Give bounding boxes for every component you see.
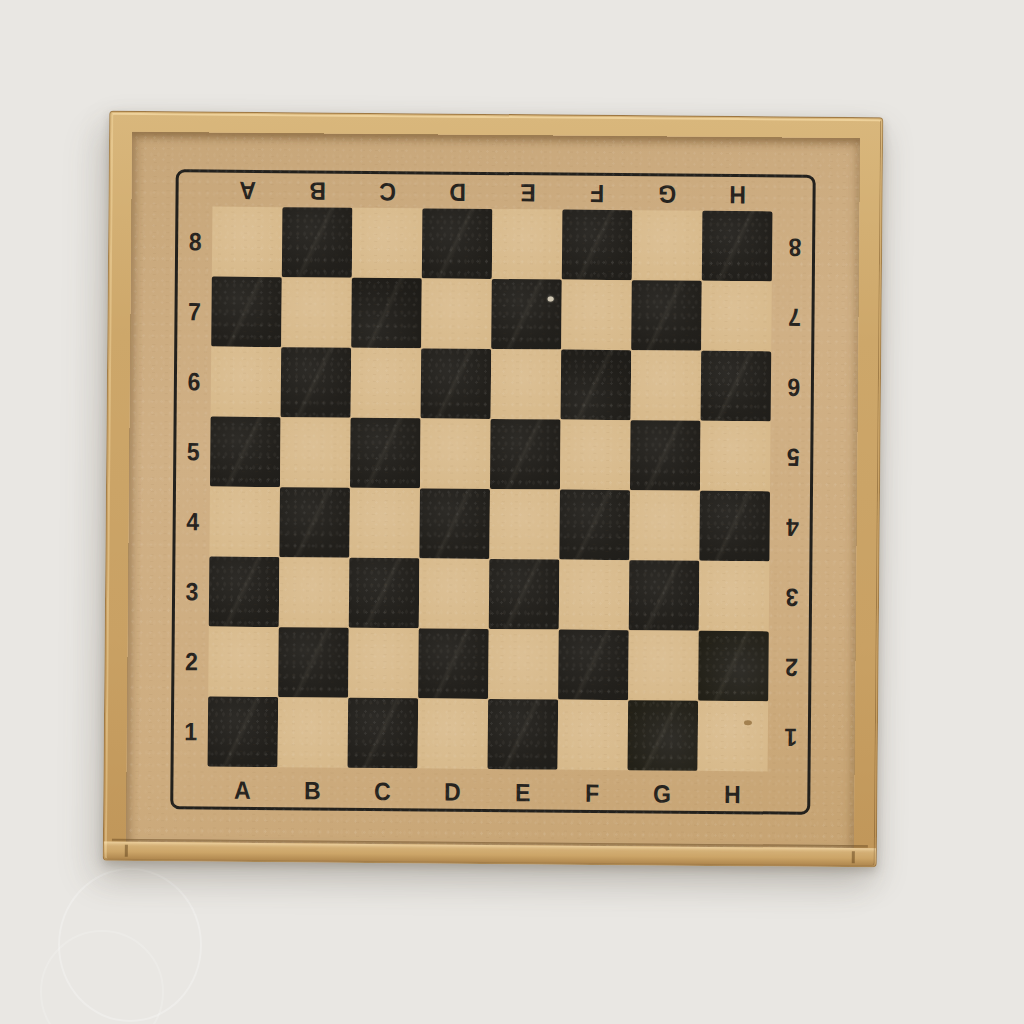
coordinate-label: C — [352, 174, 422, 209]
square-b1[interactable] — [278, 697, 349, 768]
coordinate-label: C — [347, 774, 417, 809]
square-e3[interactable] — [489, 559, 560, 630]
coordinate-label: B — [282, 173, 352, 208]
square-g4[interactable] — [629, 490, 700, 561]
square-a7[interactable] — [211, 277, 282, 348]
square-h1[interactable] — [698, 701, 769, 772]
square-e6[interactable] — [491, 349, 562, 420]
square-h8[interactable] — [702, 211, 773, 282]
square-c4[interactable] — [349, 488, 420, 559]
square-e8[interactable] — [492, 209, 563, 280]
scuff-mark-on-h1 — [744, 720, 752, 725]
square-e4[interactable] — [489, 489, 560, 560]
coordinate-label: D — [422, 174, 492, 209]
square-e7[interactable] — [491, 279, 562, 350]
square-f7[interactable] — [561, 280, 632, 351]
square-d8[interactable] — [422, 208, 493, 279]
square-d5[interactable] — [420, 418, 491, 489]
board-grid — [208, 207, 773, 772]
coordinate-label: E — [492, 175, 562, 210]
scene: ABCDEFGH ABCDEFGH 87654321 87654321 — [0, 0, 1024, 1024]
printed-board-area: ABCDEFGH ABCDEFGH 87654321 87654321 — [170, 169, 816, 815]
coordinate-label: A — [212, 173, 282, 208]
coordinate-label: H — [702, 177, 772, 212]
coordinate-label: 8 — [178, 206, 213, 276]
square-f6[interactable] — [561, 350, 632, 421]
square-b3[interactable] — [279, 557, 350, 628]
coordinate-label: 6 — [177, 346, 212, 416]
square-g3[interactable] — [629, 560, 700, 631]
coordinate-label: 2 — [174, 626, 209, 696]
square-g6[interactable] — [631, 350, 702, 421]
square-h2[interactable] — [698, 631, 769, 702]
file-labels-bottom: ABCDEFGH — [207, 773, 767, 812]
coordinate-label: 4 — [175, 486, 210, 556]
wooden-game-box: ABCDEFGH ABCDEFGH 87654321 87654321 — [103, 111, 884, 868]
coordinate-label: B — [277, 773, 347, 808]
square-g2[interactable] — [628, 630, 699, 701]
square-h3[interactable] — [699, 561, 770, 632]
white-speck-on-e7 — [548, 296, 554, 301]
square-f4[interactable] — [559, 490, 630, 561]
square-h5[interactable] — [700, 421, 771, 492]
coordinate-label: 6 — [777, 351, 812, 421]
square-e5[interactable] — [490, 419, 561, 490]
square-a2[interactable] — [208, 627, 279, 698]
square-a6[interactable] — [211, 347, 282, 418]
coordinate-label: D — [417, 774, 487, 809]
coordinate-label: H — [697, 777, 767, 812]
coordinate-label: 1 — [174, 696, 209, 766]
coordinate-label: 3 — [775, 561, 810, 631]
coordinate-label: G — [627, 776, 697, 811]
square-c8[interactable] — [352, 208, 423, 279]
square-g8[interactable] — [632, 210, 703, 281]
file-labels-top: ABCDEFGH — [212, 173, 772, 212]
coordinate-label: 2 — [774, 631, 809, 701]
square-c7[interactable] — [351, 278, 422, 349]
square-g1[interactable] — [628, 700, 699, 771]
square-f5[interactable] — [560, 420, 631, 491]
coordinate-label: 3 — [175, 556, 210, 626]
rail-notch-left — [125, 845, 128, 857]
coordinate-label: 7 — [177, 276, 212, 346]
rank-labels-right: 87654321 — [774, 211, 813, 771]
square-c6[interactable] — [351, 348, 422, 419]
square-b5[interactable] — [280, 417, 351, 488]
square-f2[interactable] — [558, 630, 629, 701]
coordinate-label: F — [562, 176, 632, 211]
rank-labels-left: 87654321 — [174, 206, 213, 766]
coordinate-label: 4 — [775, 491, 810, 561]
square-b4[interactable] — [279, 487, 350, 558]
square-e1[interactable] — [488, 699, 559, 770]
coordinate-label: E — [487, 775, 557, 810]
square-c1[interactable] — [348, 698, 419, 769]
board-face: ABCDEFGH ABCDEFGH 87654321 87654321 — [126, 132, 860, 848]
square-f1[interactable] — [558, 700, 629, 771]
square-a4[interactable] — [209, 487, 280, 558]
square-d6[interactable] — [421, 348, 492, 419]
square-f8[interactable] — [562, 210, 633, 281]
coordinate-label: 5 — [776, 421, 811, 491]
square-g5[interactable] — [630, 420, 701, 491]
square-c3[interactable] — [349, 558, 420, 629]
square-f3[interactable] — [559, 560, 630, 631]
square-h6[interactable] — [701, 351, 772, 422]
table-smudge-mark — [58, 868, 202, 1022]
square-c2[interactable] — [348, 628, 419, 699]
square-a5[interactable] — [210, 417, 281, 488]
square-c5[interactable] — [350, 418, 421, 489]
square-e2[interactable] — [488, 629, 559, 700]
rail-notch-right — [852, 851, 855, 863]
square-d1[interactable] — [418, 698, 489, 769]
square-d7[interactable] — [421, 278, 492, 349]
square-a8[interactable] — [212, 207, 283, 278]
table-smudge-mark — [40, 930, 164, 1024]
coordinate-label: F — [557, 776, 627, 811]
square-h4[interactable] — [699, 491, 770, 562]
square-d4[interactable] — [419, 488, 490, 559]
square-d2[interactable] — [418, 628, 489, 699]
coordinate-label: 5 — [176, 416, 211, 486]
square-a3[interactable] — [209, 557, 280, 628]
square-b6[interactable] — [281, 347, 352, 418]
coordinate-label: 1 — [774, 701, 809, 771]
square-d3[interactable] — [419, 558, 490, 629]
square-b2[interactable] — [278, 627, 349, 698]
square-g7[interactable] — [631, 280, 702, 351]
coordinate-label: 7 — [777, 281, 812, 351]
square-b7[interactable] — [281, 277, 352, 348]
coordinate-label: G — [632, 176, 702, 211]
square-b8[interactable] — [282, 207, 353, 278]
square-h7[interactable] — [701, 281, 772, 352]
coordinate-label: A — [207, 773, 277, 808]
coordinate-label: 8 — [778, 211, 813, 281]
square-a1[interactable] — [208, 697, 279, 768]
